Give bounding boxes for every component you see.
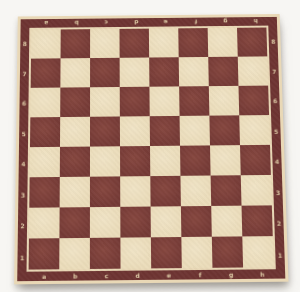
coordinate-label: 8 bbox=[268, 27, 278, 56]
square-b3[interactable] bbox=[60, 177, 90, 208]
square-g2[interactable] bbox=[211, 206, 242, 237]
square-b8[interactable] bbox=[61, 29, 91, 58]
square-f1[interactable] bbox=[181, 237, 212, 268]
coordinate-label: e bbox=[153, 270, 184, 280]
coordinate-label: h bbox=[247, 269, 278, 279]
square-h2[interactable] bbox=[242, 205, 273, 236]
square-a8[interactable] bbox=[31, 29, 61, 58]
coordinate-label: a bbox=[31, 19, 61, 28]
square-h3[interactable] bbox=[241, 175, 272, 206]
square-g5[interactable] bbox=[209, 115, 240, 145]
coordinate-label: 3 bbox=[273, 177, 283, 208]
square-d1[interactable] bbox=[120, 237, 151, 268]
coordinate-label: 4 bbox=[19, 149, 28, 180]
square-g7[interactable] bbox=[208, 57, 238, 86]
square-c7[interactable] bbox=[90, 58, 120, 87]
chess-board: abcdefgh abcdefgh 87654321 87654321 bbox=[14, 14, 288, 284]
square-h4[interactable] bbox=[240, 145, 271, 175]
square-h1[interactable] bbox=[242, 236, 273, 267]
square-b4[interactable] bbox=[60, 147, 90, 177]
square-c2[interactable] bbox=[90, 207, 120, 238]
file-labels-bottom: abcdefgh bbox=[28, 269, 278, 281]
squares-grid bbox=[29, 28, 274, 270]
square-g8[interactable] bbox=[208, 28, 238, 57]
square-a6[interactable] bbox=[30, 88, 60, 118]
square-e8[interactable] bbox=[149, 28, 179, 57]
square-f8[interactable] bbox=[178, 28, 208, 57]
square-c3[interactable] bbox=[90, 176, 120, 207]
coordinate-label: g bbox=[210, 17, 240, 26]
square-e1[interactable] bbox=[151, 237, 182, 268]
coordinate-label: 4 bbox=[272, 147, 282, 178]
square-d2[interactable] bbox=[120, 207, 151, 238]
square-a5[interactable] bbox=[30, 117, 60, 147]
coordinate-label: 7 bbox=[269, 57, 279, 87]
square-e4[interactable] bbox=[150, 146, 180, 176]
square-d8[interactable] bbox=[119, 29, 149, 58]
coordinate-label: 1 bbox=[275, 240, 285, 272]
square-d6[interactable] bbox=[120, 87, 150, 117]
square-e5[interactable] bbox=[150, 116, 180, 146]
coordinate-label: 6 bbox=[270, 86, 280, 116]
coordinate-label: f bbox=[181, 18, 211, 27]
square-a2[interactable] bbox=[29, 207, 60, 238]
square-h5[interactable] bbox=[239, 115, 270, 145]
square-a7[interactable] bbox=[31, 58, 61, 87]
square-h8[interactable] bbox=[237, 28, 267, 57]
square-a1[interactable] bbox=[29, 238, 60, 269]
coordinate-label: 3 bbox=[18, 180, 27, 211]
square-g4[interactable] bbox=[210, 145, 241, 175]
square-e3[interactable] bbox=[150, 176, 181, 207]
square-f5[interactable] bbox=[180, 116, 210, 146]
square-f6[interactable] bbox=[179, 86, 209, 116]
coordinate-label: c bbox=[91, 18, 121, 27]
square-c1[interactable] bbox=[90, 238, 121, 269]
square-h7[interactable] bbox=[238, 56, 268, 85]
square-b6[interactable] bbox=[60, 87, 90, 117]
coordinate-label: 6 bbox=[19, 89, 28, 119]
coordinate-label: f bbox=[184, 270, 215, 280]
coordinate-label: d bbox=[121, 18, 151, 27]
square-c8[interactable] bbox=[90, 29, 120, 58]
coordinate-label: 1 bbox=[17, 242, 27, 274]
square-b1[interactable] bbox=[59, 238, 90, 269]
square-c6[interactable] bbox=[90, 87, 120, 117]
square-b2[interactable] bbox=[59, 207, 90, 238]
coordinate-label: d bbox=[122, 270, 153, 280]
square-e7[interactable] bbox=[149, 57, 179, 86]
coordinate-label: 2 bbox=[18, 211, 28, 242]
coordinate-label: h bbox=[240, 17, 270, 26]
coordinate-label: e bbox=[151, 18, 181, 27]
coordinate-label: b bbox=[60, 271, 91, 281]
coordinate-label: 5 bbox=[271, 116, 281, 146]
square-a3[interactable] bbox=[29, 177, 60, 208]
coordinate-label: c bbox=[91, 271, 122, 281]
square-b7[interactable] bbox=[60, 58, 90, 87]
square-a4[interactable] bbox=[30, 147, 60, 177]
square-e6[interactable] bbox=[149, 86, 179, 116]
square-d3[interactable] bbox=[120, 176, 150, 207]
square-g3[interactable] bbox=[211, 175, 242, 206]
square-g6[interactable] bbox=[209, 86, 239, 116]
square-c5[interactable] bbox=[90, 116, 120, 146]
square-f4[interactable] bbox=[180, 145, 211, 175]
square-c4[interactable] bbox=[90, 146, 120, 176]
coordinate-label: 2 bbox=[274, 208, 284, 239]
square-d4[interactable] bbox=[120, 146, 150, 176]
coordinate-label: a bbox=[28, 271, 59, 281]
playing-field bbox=[27, 26, 276, 272]
square-e2[interactable] bbox=[151, 206, 182, 237]
coordinate-label: b bbox=[61, 19, 91, 28]
chessboard-photo: abcdefgh abcdefgh 87654321 87654321 bbox=[14, 14, 288, 284]
coordinate-label: 8 bbox=[20, 30, 29, 59]
square-d7[interactable] bbox=[120, 58, 150, 87]
coordinate-label: 7 bbox=[20, 59, 29, 89]
coordinate-label: 5 bbox=[19, 119, 28, 149]
square-h6[interactable] bbox=[238, 86, 269, 116]
coordinate-label: g bbox=[216, 270, 247, 280]
square-g1[interactable] bbox=[212, 236, 243, 267]
square-d5[interactable] bbox=[120, 116, 150, 146]
board-frame: abcdefgh abcdefgh 87654321 87654321 bbox=[17, 17, 285, 281]
square-f7[interactable] bbox=[179, 57, 209, 86]
square-f3[interactable] bbox=[180, 176, 211, 207]
square-b5[interactable] bbox=[60, 117, 90, 147]
square-f2[interactable] bbox=[181, 206, 212, 237]
